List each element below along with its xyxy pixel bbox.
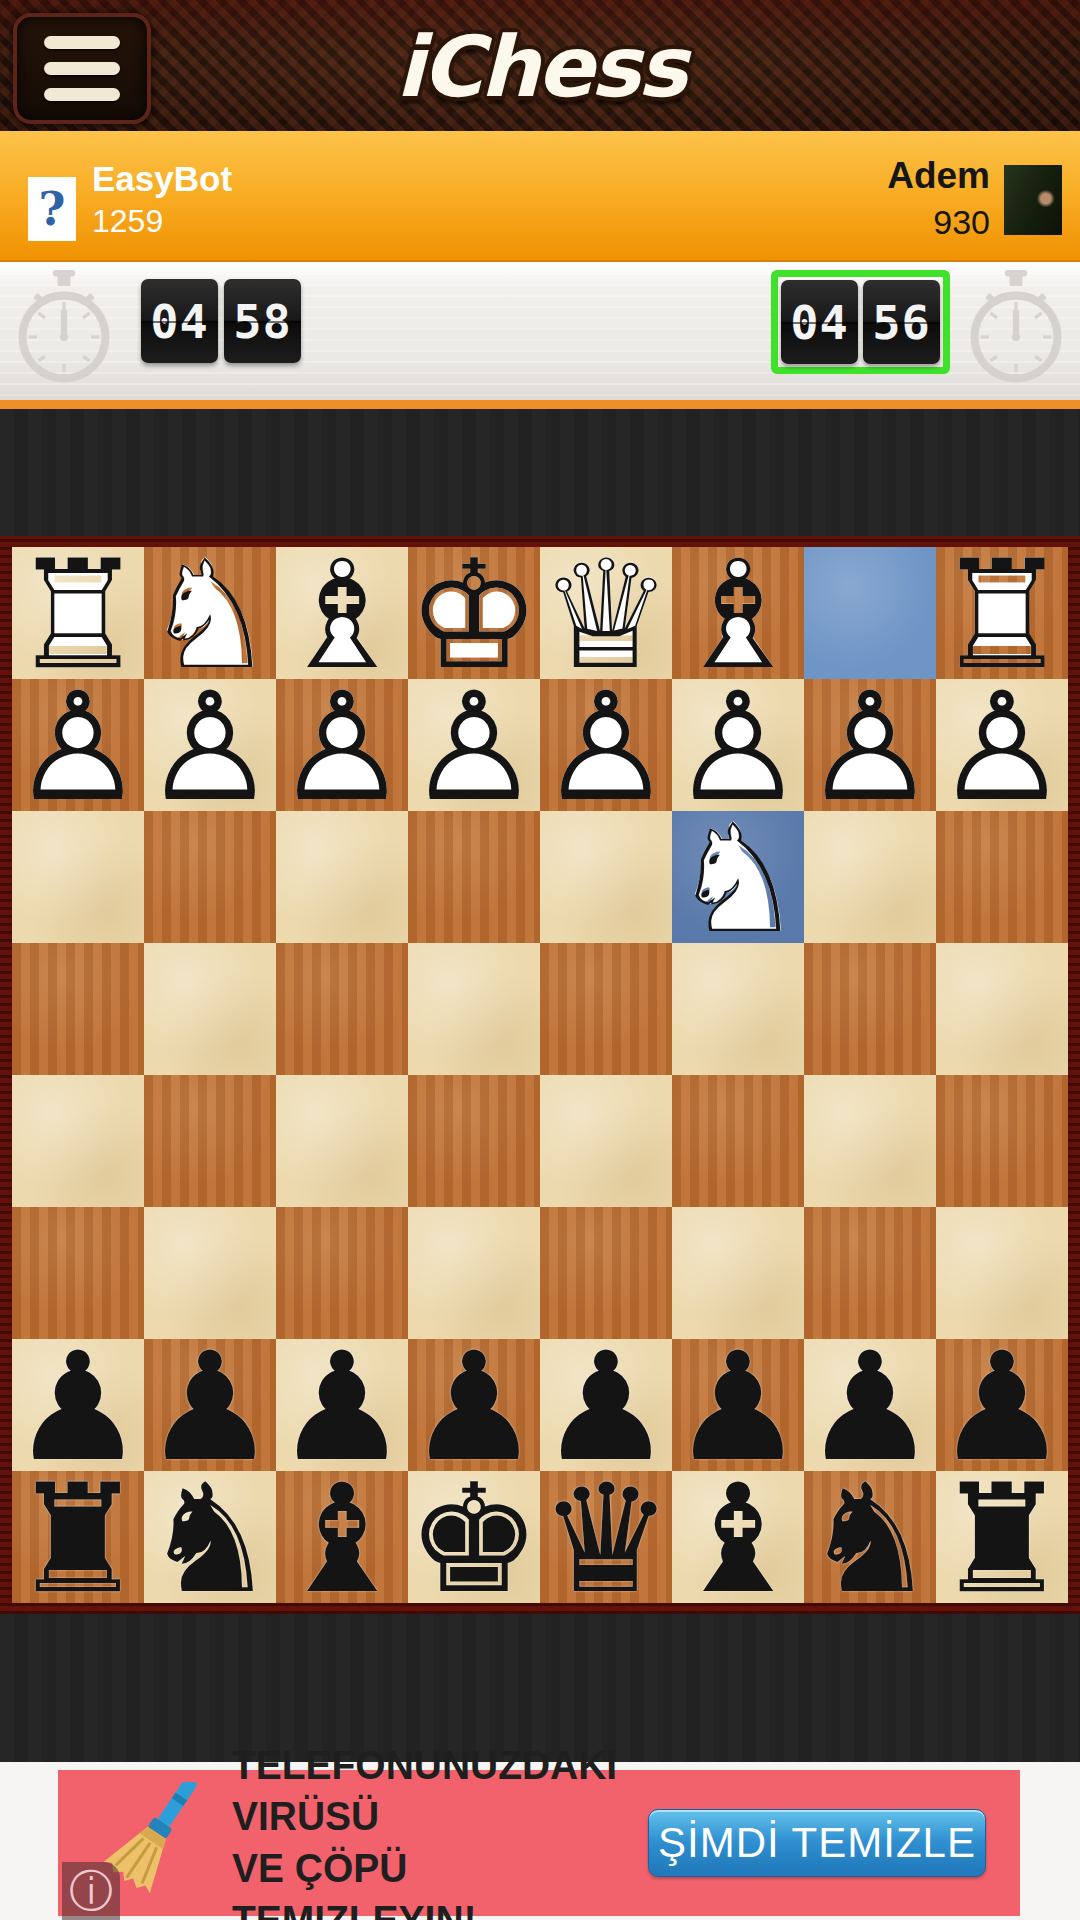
square-f2[interactable]: ♟♙: [276, 679, 408, 811]
square-b3[interactable]: [804, 811, 936, 943]
square-h5[interactable]: [12, 1075, 144, 1207]
orange-divider: [0, 400, 1080, 409]
black-knight-piece[interactable]: ♞: [804, 1473, 936, 1605]
black-queen-piece[interactable]: ♛: [540, 1473, 672, 1605]
clock-seconds-card: 58: [224, 279, 301, 363]
screen: iChess ? EasyBot 1259 Adem 930: [0, 0, 1080, 1920]
ad-text-line2: VE ÇÖPÜ TEMIZLEYIN!: [232, 1843, 627, 1920]
white-pawn-piece[interactable]: ♟♙: [804, 679, 936, 811]
piece-outline: ♙: [936, 681, 1068, 813]
square-g3[interactable]: [144, 811, 276, 943]
square-h8[interactable]: ♜: [12, 1471, 144, 1603]
opponent-name: EasyBot: [92, 159, 232, 199]
chess-board: ♜♖♞♘♝♗♚♔♛♕♝♗♜♖♟♙♟♙♟♙♟♙♟♙♟♙♟♙♟♙♞♘♟♟♟♟♟♟♟♟…: [0, 536, 1080, 1614]
square-h3[interactable]: [12, 811, 144, 943]
square-g5[interactable]: [144, 1075, 276, 1207]
clock-minutes-card: 04: [781, 280, 858, 364]
piece-outline: ♙: [540, 681, 672, 813]
square-f8[interactable]: ♝: [276, 1471, 408, 1603]
square-g4[interactable]: [144, 943, 276, 1075]
black-rook-piece[interactable]: ♜: [12, 1473, 144, 1605]
app-header: iChess: [0, 0, 1080, 131]
square-g2[interactable]: ♟♙: [144, 679, 276, 811]
ad-banner[interactable]: TELEFONUNUZDAKI VIRÜSÜ VE ÇÖPÜ TEMIZLEYI…: [58, 1770, 1020, 1916]
square-f5[interactable]: [276, 1075, 408, 1207]
white-pawn-piece[interactable]: ♟♙: [408, 679, 540, 811]
opponent-rating: 1259: [92, 203, 163, 240]
square-h2[interactable]: ♟♙: [12, 679, 144, 811]
player-name: Adem: [887, 155, 990, 197]
app-title: iChess: [0, 18, 1080, 116]
black-king-piece[interactable]: ♚: [408, 1473, 540, 1605]
board-gap-top: [0, 409, 1080, 536]
black-bishop-piece[interactable]: ♝: [672, 1473, 804, 1605]
stopwatch-icon-left: [16, 270, 112, 388]
square-a4[interactable]: [936, 943, 1068, 1075]
square-e4[interactable]: [408, 943, 540, 1075]
square-d2[interactable]: ♟♙: [540, 679, 672, 811]
square-d3[interactable]: [540, 811, 672, 943]
ad-cta-button[interactable]: ŞİMDİ TEMİZLE: [648, 1809, 986, 1877]
square-c3[interactable]: ♞♘: [672, 811, 804, 943]
ad-text-line1: TELEFONUNUZDAKI VIRÜSÜ: [232, 1740, 627, 1843]
square-d8[interactable]: ♛: [540, 1471, 672, 1603]
player-rating: 930: [933, 203, 990, 242]
piece-outline: ♙: [408, 681, 540, 813]
square-g8[interactable]: ♞: [144, 1471, 276, 1603]
square-b5[interactable]: [804, 1075, 936, 1207]
black-bishop-piece[interactable]: ♝: [276, 1473, 408, 1605]
white-pawn-piece[interactable]: ♟♙: [144, 679, 276, 811]
white-pawn-piece[interactable]: ♟♙: [276, 679, 408, 811]
clock-bar: 04 58 04 56: [0, 262, 1080, 400]
ad-banner-area: TELEFONUNUZDAKI VIRÜSÜ VE ÇÖPÜ TEMIZLEYI…: [0, 1762, 1080, 1920]
ad-text: TELEFONUNUZDAKI VIRÜSÜ VE ÇÖPÜ TEMIZLEYI…: [232, 1740, 627, 1920]
square-c4[interactable]: [672, 943, 804, 1075]
square-b2[interactable]: ♟♙: [804, 679, 936, 811]
white-pawn-piece[interactable]: ♟♙: [936, 679, 1068, 811]
square-e5[interactable]: [408, 1075, 540, 1207]
square-d4[interactable]: [540, 943, 672, 1075]
white-player-clock: 04 58: [141, 279, 301, 363]
square-f3[interactable]: [276, 811, 408, 943]
piece-outline: ♙: [276, 681, 408, 813]
square-a2[interactable]: ♟♙: [936, 679, 1068, 811]
stopwatch-icon-right: [968, 270, 1064, 388]
piece-outline: ♙: [144, 681, 276, 813]
square-e2[interactable]: ♟♙: [408, 679, 540, 811]
square-b4[interactable]: [804, 943, 936, 1075]
square-a5[interactable]: [936, 1075, 1068, 1207]
square-b8[interactable]: ♞: [804, 1471, 936, 1603]
black-player-clock-active: 04 56: [771, 270, 950, 374]
white-pawn-piece[interactable]: ♟♙: [12, 679, 144, 811]
ad-info-icon[interactable]: ⓘ: [62, 1862, 120, 1920]
white-pawn-piece[interactable]: ♟♙: [540, 679, 672, 811]
black-rook-piece[interactable]: ♜: [936, 1473, 1068, 1605]
black-knight-piece[interactable]: ♞: [144, 1473, 276, 1605]
white-knight-piece[interactable]: ♞♘: [672, 811, 804, 943]
square-a3[interactable]: [936, 811, 1068, 943]
piece-outline: ♙: [804, 681, 936, 813]
square-c5[interactable]: [672, 1075, 804, 1207]
clock-seconds-card: 56: [863, 280, 940, 364]
player-avatar: [1004, 165, 1062, 235]
clock-minutes-card: 04: [141, 279, 218, 363]
square-h4[interactable]: [12, 943, 144, 1075]
square-d5[interactable]: [540, 1075, 672, 1207]
piece-outline: ♘: [672, 813, 804, 945]
square-c8[interactable]: ♝: [672, 1471, 804, 1603]
piece-outline: ♙: [12, 681, 144, 813]
square-f4[interactable]: [276, 943, 408, 1075]
square-e8[interactable]: ♚: [408, 1471, 540, 1603]
player-bar: ? EasyBot 1259 Adem 930: [0, 131, 1080, 262]
square-e3[interactable]: [408, 811, 540, 943]
square-a8[interactable]: ♜: [936, 1471, 1068, 1603]
opponent-avatar-question-icon: ?: [28, 177, 76, 241]
